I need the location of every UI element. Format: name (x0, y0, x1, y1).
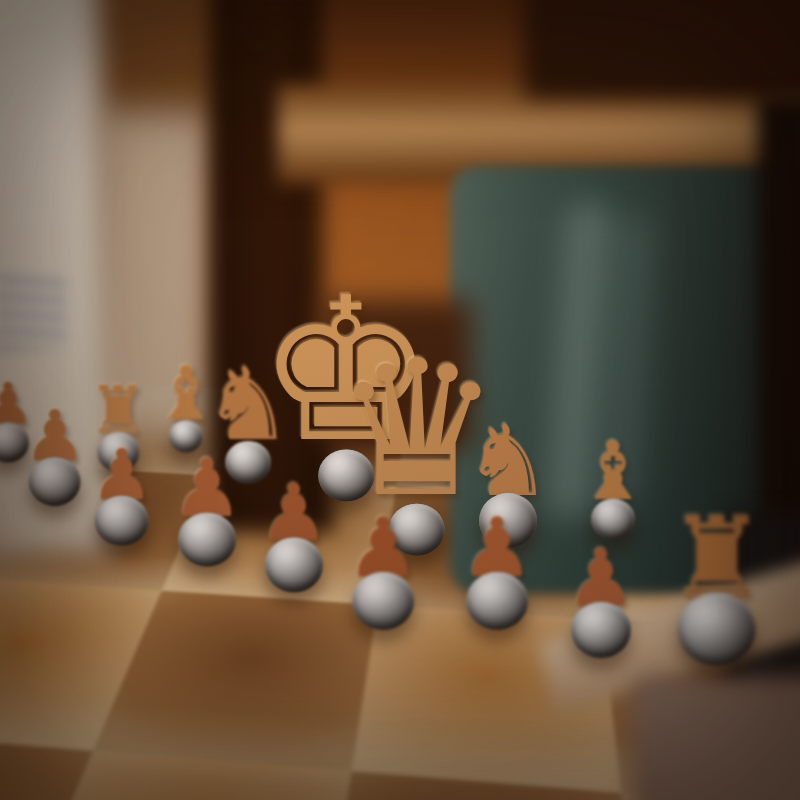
pawn-piece[interactable]: ♟ (259, 478, 329, 592)
pawn-piece[interactable]: ♟ (91, 443, 154, 546)
bishop-piece[interactable]: ♝ (577, 435, 649, 540)
pawn-piece[interactable]: ♟ (460, 510, 534, 630)
pawn-piece[interactable]: ♟ (346, 510, 420, 630)
chrome-ball-base (352, 572, 414, 630)
chess-photo-scene: ♝♟♜♞♚♟♝♟♞♛♟♟♟♟♟♜ (0, 0, 800, 800)
chrome-ball-base (466, 572, 528, 630)
chrome-ball-base (178, 512, 236, 567)
chrome-ball-base (29, 457, 81, 506)
queen-glyph: ♛ (333, 343, 502, 516)
pieces-layer: ♝♟♜♞♚♟♝♟♞♛♟♟♟♟♟♜ (0, 0, 800, 800)
pawn-piece[interactable]: ♟ (171, 452, 243, 567)
rook-piece[interactable]: ♜ (667, 507, 767, 666)
pawn-piece[interactable]: ♟ (24, 404, 87, 506)
chrome-ball-base (265, 537, 323, 592)
chrome-ball-base (571, 602, 631, 658)
chrome-ball-base (678, 593, 756, 666)
chrome-ball-base (95, 495, 149, 546)
pawn-piece[interactable]: ♟ (566, 543, 636, 658)
bishop-glyph: ♝ (577, 435, 649, 509)
